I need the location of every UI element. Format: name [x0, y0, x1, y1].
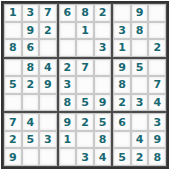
cell-r6c8[interactable]: 3 [131, 94, 149, 112]
cell-r1c8[interactable]: 9 [131, 4, 149, 22]
sudoku-box-2-1: 9251834 [58, 112, 113, 167]
cell-r5c1[interactable]: 5 [4, 76, 22, 94]
cell-r5c8[interactable] [131, 76, 149, 94]
cell-r8c9[interactable]: 9 [148, 131, 166, 149]
cell-r5c4[interactable]: 3 [59, 76, 77, 94]
cell-r3c3[interactable] [39, 39, 57, 57]
cell-r1c3[interactable]: 7 [39, 4, 57, 22]
cell-r4c2[interactable]: 8 [22, 59, 40, 77]
cell-r6c1[interactable] [4, 94, 22, 112]
cell-r7c3[interactable] [39, 113, 57, 131]
cell-r2c9[interactable] [148, 22, 166, 40]
sudoku-board: 1379286682139381284529273859958723474253… [1, 1, 169, 169]
cell-r7c9[interactable]: 3 [148, 113, 166, 131]
cell-r1c7[interactable] [113, 4, 131, 22]
cell-r5c6[interactable] [94, 76, 112, 94]
cell-r7c1[interactable]: 7 [4, 113, 22, 131]
cell-r4c7[interactable]: 9 [113, 59, 131, 77]
cell-r3c7[interactable]: 1 [113, 39, 131, 57]
cell-r3c1[interactable]: 8 [4, 39, 22, 57]
cell-r5c7[interactable]: 8 [113, 76, 131, 94]
cell-r8c6[interactable]: 8 [94, 131, 112, 149]
cell-r2c6[interactable] [94, 22, 112, 40]
cell-r3c4[interactable] [59, 39, 77, 57]
cell-r2c1[interactable] [4, 22, 22, 40]
sudoku-box-1-2: 9587234 [112, 58, 167, 113]
cell-r7c5[interactable]: 2 [76, 113, 94, 131]
cell-r2c4[interactable] [59, 22, 77, 40]
cell-r4c4[interactable]: 2 [59, 59, 77, 77]
sudoku-box-0-0: 1379286 [3, 3, 58, 58]
cell-r4c5[interactable]: 7 [76, 59, 94, 77]
sudoku-box-2-2: 6349528 [112, 112, 167, 167]
cell-r8c5[interactable] [76, 131, 94, 149]
cell-r1c4[interactable]: 6 [59, 4, 77, 22]
cell-r7c8[interactable] [131, 113, 149, 131]
cell-r4c6[interactable] [94, 59, 112, 77]
cell-r2c2[interactable]: 9 [22, 22, 40, 40]
cell-r2c8[interactable]: 8 [131, 22, 149, 40]
cell-r8c7[interactable] [113, 131, 131, 149]
cell-r9c5[interactable]: 3 [76, 148, 94, 166]
cell-r3c8[interactable] [131, 39, 149, 57]
cell-r5c5[interactable] [76, 76, 94, 94]
cell-r9c2[interactable] [22, 148, 40, 166]
cell-r9c6[interactable]: 4 [94, 148, 112, 166]
cell-r9c4[interactable] [59, 148, 77, 166]
cell-r4c9[interactable] [148, 59, 166, 77]
cell-r8c2[interactable]: 5 [22, 131, 40, 149]
cell-r1c5[interactable]: 8 [76, 4, 94, 22]
cell-r1c2[interactable]: 3 [22, 4, 40, 22]
cell-r7c7[interactable]: 6 [113, 113, 131, 131]
cell-r8c4[interactable]: 1 [59, 131, 77, 149]
cell-r4c3[interactable]: 4 [39, 59, 57, 77]
cell-r1c6[interactable]: 2 [94, 4, 112, 22]
cell-r1c9[interactable] [148, 4, 166, 22]
cell-r6c2[interactable] [22, 94, 40, 112]
cell-r6c4[interactable]: 8 [59, 94, 77, 112]
sudoku-box-1-0: 84529 [3, 58, 58, 113]
cell-r6c3[interactable] [39, 94, 57, 112]
cell-r9c3[interactable] [39, 148, 57, 166]
cell-r3c5[interactable] [76, 39, 94, 57]
cell-r8c8[interactable]: 4 [131, 131, 149, 149]
cell-r4c8[interactable]: 5 [131, 59, 149, 77]
cell-r7c2[interactable]: 4 [22, 113, 40, 131]
cell-r9c7[interactable]: 5 [113, 148, 131, 166]
sudoku-box-1-1: 273859 [58, 58, 113, 113]
sudoku-box-0-1: 68213 [58, 3, 113, 58]
sudoku-box-0-2: 93812 [112, 3, 167, 58]
cell-r5c3[interactable]: 9 [39, 76, 57, 94]
cell-r6c7[interactable]: 2 [113, 94, 131, 112]
sudoku-box-2-0: 742539 [3, 112, 58, 167]
cell-r6c5[interactable]: 5 [76, 94, 94, 112]
cell-r1c1[interactable]: 1 [4, 4, 22, 22]
cell-r3c9[interactable]: 2 [148, 39, 166, 57]
cell-r6c6[interactable]: 9 [94, 94, 112, 112]
cell-r9c9[interactable]: 8 [148, 148, 166, 166]
cell-r4c1[interactable] [4, 59, 22, 77]
cell-r9c8[interactable]: 2 [131, 148, 149, 166]
cell-r6c9[interactable]: 4 [148, 94, 166, 112]
cell-r5c2[interactable]: 2 [22, 76, 40, 94]
cell-r3c6[interactable]: 3 [94, 39, 112, 57]
cell-r7c6[interactable]: 5 [94, 113, 112, 131]
cell-r2c3[interactable]: 2 [39, 22, 57, 40]
cell-r2c5[interactable]: 1 [76, 22, 94, 40]
cell-r2c7[interactable]: 3 [113, 22, 131, 40]
cell-r9c1[interactable]: 9 [4, 148, 22, 166]
cell-r8c3[interactable]: 3 [39, 131, 57, 149]
cell-r7c4[interactable]: 9 [59, 113, 77, 131]
cell-r8c1[interactable]: 2 [4, 131, 22, 149]
cell-r3c2[interactable]: 6 [22, 39, 40, 57]
cell-r5c9[interactable]: 7 [148, 76, 166, 94]
